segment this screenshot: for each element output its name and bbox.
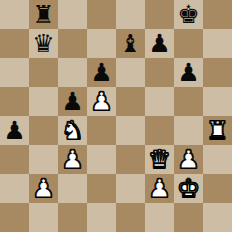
square-h8[interactable] xyxy=(203,0,232,29)
white-rook: ♜ xyxy=(206,116,228,145)
square-e5[interactable] xyxy=(116,87,145,116)
square-b2[interactable]: ♟ xyxy=(29,174,58,203)
square-h3[interactable] xyxy=(203,145,232,174)
square-e1[interactable] xyxy=(116,203,145,232)
white-pawn: ♟ xyxy=(177,145,199,174)
square-e6[interactable] xyxy=(116,58,145,87)
square-f1[interactable] xyxy=(145,203,174,232)
square-e3[interactable] xyxy=(116,145,145,174)
square-h6[interactable] xyxy=(203,58,232,87)
black-pawn: ♟ xyxy=(177,58,199,87)
black-rook: ♜ xyxy=(32,0,54,29)
square-g5[interactable] xyxy=(174,87,203,116)
square-g7[interactable] xyxy=(174,29,203,58)
square-b1[interactable] xyxy=(29,203,58,232)
square-a4[interactable]: ♟ xyxy=(0,116,29,145)
square-b8[interactable]: ♜ xyxy=(29,0,58,29)
square-f8[interactable] xyxy=(145,0,174,29)
square-b6[interactable] xyxy=(29,58,58,87)
square-b3[interactable] xyxy=(29,145,58,174)
black-queen: ♛ xyxy=(32,29,54,58)
square-c5[interactable]: ♟ xyxy=(58,87,87,116)
square-e4[interactable] xyxy=(116,116,145,145)
square-h4[interactable]: ♜ xyxy=(203,116,232,145)
white-pawn: ♟ xyxy=(61,145,83,174)
chess-board-window: ♜♚♛♝♟♟♟♟♟♟♞♜♟♛♟♟♟♚ xyxy=(0,0,232,232)
square-c6[interactable] xyxy=(58,58,87,87)
square-f3[interactable]: ♛ xyxy=(145,145,174,174)
square-e8[interactable] xyxy=(116,0,145,29)
black-pawn: ♟ xyxy=(61,87,83,116)
square-g8[interactable]: ♚ xyxy=(174,0,203,29)
square-d8[interactable] xyxy=(87,0,116,29)
square-a5[interactable] xyxy=(0,87,29,116)
black-pawn: ♟ xyxy=(90,58,112,87)
square-c1[interactable] xyxy=(58,203,87,232)
square-f6[interactable] xyxy=(145,58,174,87)
square-f5[interactable] xyxy=(145,87,174,116)
chess-board: ♜♚♛♝♟♟♟♟♟♟♞♜♟♛♟♟♟♚ xyxy=(0,0,232,232)
square-d1[interactable] xyxy=(87,203,116,232)
square-d3[interactable] xyxy=(87,145,116,174)
square-d2[interactable] xyxy=(87,174,116,203)
black-pawn: ♟ xyxy=(3,116,25,145)
square-h5[interactable] xyxy=(203,87,232,116)
square-g3[interactable]: ♟ xyxy=(174,145,203,174)
square-b5[interactable] xyxy=(29,87,58,116)
black-king: ♚ xyxy=(177,0,199,29)
square-a1[interactable] xyxy=(0,203,29,232)
square-h1[interactable] xyxy=(203,203,232,232)
white-king: ♚ xyxy=(177,174,199,203)
square-e7[interactable]: ♝ xyxy=(116,29,145,58)
square-g4[interactable] xyxy=(174,116,203,145)
square-b4[interactable] xyxy=(29,116,58,145)
square-h7[interactable] xyxy=(203,29,232,58)
white-pawn: ♟ xyxy=(90,87,112,116)
square-g2[interactable]: ♚ xyxy=(174,174,203,203)
square-c3[interactable]: ♟ xyxy=(58,145,87,174)
square-h2[interactable] xyxy=(203,174,232,203)
square-f7[interactable]: ♟ xyxy=(145,29,174,58)
square-d5[interactable]: ♟ xyxy=(87,87,116,116)
square-c4[interactable]: ♞ xyxy=(58,116,87,145)
black-bishop: ♝ xyxy=(119,29,141,58)
white-pawn: ♟ xyxy=(148,174,170,203)
square-g1[interactable] xyxy=(174,203,203,232)
square-d7[interactable] xyxy=(87,29,116,58)
white-pawn: ♟ xyxy=(32,174,54,203)
square-b7[interactable]: ♛ xyxy=(29,29,58,58)
square-d6[interactable]: ♟ xyxy=(87,58,116,87)
square-c7[interactable] xyxy=(58,29,87,58)
square-f2[interactable]: ♟ xyxy=(145,174,174,203)
square-f4[interactable] xyxy=(145,116,174,145)
white-knight: ♞ xyxy=(61,116,83,145)
square-a2[interactable] xyxy=(0,174,29,203)
square-a6[interactable] xyxy=(0,58,29,87)
square-a3[interactable] xyxy=(0,145,29,174)
black-pawn: ♟ xyxy=(148,29,170,58)
square-a7[interactable] xyxy=(0,29,29,58)
square-d4[interactable] xyxy=(87,116,116,145)
square-a8[interactable] xyxy=(0,0,29,29)
square-c2[interactable] xyxy=(58,174,87,203)
square-c8[interactable] xyxy=(58,0,87,29)
square-e2[interactable] xyxy=(116,174,145,203)
square-g6[interactable]: ♟ xyxy=(174,58,203,87)
white-queen: ♛ xyxy=(148,145,170,174)
